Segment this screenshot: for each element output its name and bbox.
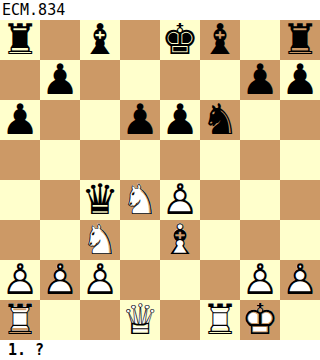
square-c3[interactable]: ♞︎♘︎ <box>80 220 120 260</box>
square-f3[interactable] <box>200 220 240 260</box>
piece-outline: ♙︎ <box>40 260 80 300</box>
square-c2[interactable]: ♟︎♙︎ <box>80 260 120 300</box>
square-f1[interactable]: ♜︎♖︎ <box>200 300 240 340</box>
white-pawn-a2[interactable]: ♟︎♙︎ <box>0 260 40 300</box>
black-king-e8[interactable]: ♚︎ <box>160 20 200 60</box>
square-c7[interactable] <box>80 60 120 100</box>
square-g1[interactable]: ♚︎♔︎ <box>240 300 280 340</box>
black-pawn-g7[interactable]: ♟︎ <box>240 60 280 100</box>
square-h5[interactable] <box>280 140 320 180</box>
square-e8[interactable]: ♚︎ <box>160 20 200 60</box>
square-d2[interactable] <box>120 260 160 300</box>
square-b5[interactable] <box>40 140 80 180</box>
square-d1[interactable]: ♛︎♕︎ <box>120 300 160 340</box>
black-queen-c4[interactable]: ♛︎ <box>80 180 120 220</box>
piece-outline: ♖︎ <box>200 300 240 340</box>
square-h4[interactable] <box>280 180 320 220</box>
square-e4[interactable]: ♟︎♙︎ <box>160 180 200 220</box>
black-bishop-c8[interactable]: ♝︎ <box>80 20 120 60</box>
white-king-g1[interactable]: ♚︎♔︎ <box>240 300 280 340</box>
square-e2[interactable] <box>160 260 200 300</box>
square-d3[interactable] <box>120 220 160 260</box>
square-e1[interactable] <box>160 300 200 340</box>
piece-outline: ♗︎ <box>160 220 200 260</box>
square-h1[interactable] <box>280 300 320 340</box>
square-g7[interactable]: ♟︎ <box>240 60 280 100</box>
square-c8[interactable]: ♝︎ <box>80 20 120 60</box>
white-rook-a1[interactable]: ♜︎♖︎ <box>0 300 40 340</box>
piece-outline: ♕︎ <box>120 300 160 340</box>
white-pawn-c2[interactable]: ♟︎♙︎ <box>80 260 120 300</box>
black-pawn-b7[interactable]: ♟︎ <box>40 60 80 100</box>
white-knight-d4[interactable]: ♞︎♘︎ <box>120 180 160 220</box>
square-b1[interactable] <box>40 300 80 340</box>
black-pawn-a6[interactable]: ♟︎ <box>0 100 40 140</box>
square-c1[interactable] <box>80 300 120 340</box>
white-pawn-b2[interactable]: ♟︎♙︎ <box>40 260 80 300</box>
square-c5[interactable] <box>80 140 120 180</box>
black-knight-f6[interactable]: ♞︎ <box>200 100 240 140</box>
black-rook-a8[interactable]: ♜︎ <box>0 20 40 60</box>
chess-app: ECM.834 ♜︎♝︎♚︎♝︎♜︎♟︎♟︎♟︎♟︎♟︎♟︎♞︎♛︎♞︎♘︎♟︎… <box>0 0 320 360</box>
piece-outline: ♔︎ <box>240 300 280 340</box>
chess-board[interactable]: ♜︎♝︎♚︎♝︎♜︎♟︎♟︎♟︎♟︎♟︎♟︎♞︎♛︎♞︎♘︎♟︎♙︎♞︎♘︎♝︎… <box>0 20 320 340</box>
square-g3[interactable] <box>240 220 280 260</box>
black-rook-h8[interactable]: ♜︎ <box>280 20 320 60</box>
square-h7[interactable]: ♟︎ <box>280 60 320 100</box>
square-d4[interactable]: ♞︎♘︎ <box>120 180 160 220</box>
piece-outline: ♙︎ <box>80 260 120 300</box>
square-g8[interactable] <box>240 20 280 60</box>
piece-outline: ♙︎ <box>160 180 200 220</box>
white-pawn-h2[interactable]: ♟︎♙︎ <box>280 260 320 300</box>
piece-outline: ♙︎ <box>240 260 280 300</box>
square-d6[interactable]: ♟︎ <box>120 100 160 140</box>
square-g4[interactable] <box>240 180 280 220</box>
square-g5[interactable] <box>240 140 280 180</box>
square-d7[interactable] <box>120 60 160 100</box>
square-c4[interactable]: ♛︎ <box>80 180 120 220</box>
square-a5[interactable] <box>0 140 40 180</box>
square-a2[interactable]: ♟︎♙︎ <box>0 260 40 300</box>
square-f5[interactable] <box>200 140 240 180</box>
square-d8[interactable] <box>120 20 160 60</box>
white-rook-f1[interactable]: ♜︎♖︎ <box>200 300 240 340</box>
square-h6[interactable] <box>280 100 320 140</box>
square-a3[interactable] <box>0 220 40 260</box>
square-b2[interactable]: ♟︎♙︎ <box>40 260 80 300</box>
piece-outline: ♖︎ <box>0 300 40 340</box>
square-f7[interactable] <box>200 60 240 100</box>
white-pawn-e4[interactable]: ♟︎♙︎ <box>160 180 200 220</box>
square-g6[interactable] <box>240 100 280 140</box>
square-c6[interactable] <box>80 100 120 140</box>
square-b8[interactable] <box>40 20 80 60</box>
square-e6[interactable]: ♟︎ <box>160 100 200 140</box>
square-e7[interactable] <box>160 60 200 100</box>
black-pawn-d6[interactable]: ♟︎ <box>120 100 160 140</box>
square-a8[interactable]: ♜︎ <box>0 20 40 60</box>
black-pawn-h7[interactable]: ♟︎ <box>280 60 320 100</box>
white-knight-c3[interactable]: ♞︎♘︎ <box>80 220 120 260</box>
white-queen-d1[interactable]: ♛︎♕︎ <box>120 300 160 340</box>
white-bishop-e3[interactable]: ♝︎♗︎ <box>160 220 200 260</box>
square-b7[interactable]: ♟︎ <box>40 60 80 100</box>
piece-outline: ♙︎ <box>0 260 40 300</box>
square-a4[interactable] <box>0 180 40 220</box>
square-f4[interactable] <box>200 180 240 220</box>
square-g2[interactable]: ♟︎♙︎ <box>240 260 280 300</box>
square-f8[interactable]: ♝︎ <box>200 20 240 60</box>
square-h8[interactable]: ♜︎ <box>280 20 320 60</box>
square-b3[interactable] <box>40 220 80 260</box>
square-a1[interactable]: ♜︎♖︎ <box>0 300 40 340</box>
piece-outline: ♘︎ <box>120 180 160 220</box>
square-e5[interactable] <box>160 140 200 180</box>
piece-outline: ♙︎ <box>280 260 320 300</box>
black-bishop-f8[interactable]: ♝︎ <box>200 20 240 60</box>
piece-outline: ♘︎ <box>80 220 120 260</box>
square-e3[interactable]: ♝︎♗︎ <box>160 220 200 260</box>
square-h3[interactable] <box>280 220 320 260</box>
square-d5[interactable] <box>120 140 160 180</box>
square-h2[interactable]: ♟︎♙︎ <box>280 260 320 300</box>
title-bar: ECM.834 <box>0 0 320 20</box>
square-b6[interactable] <box>40 100 80 140</box>
square-b4[interactable] <box>40 180 80 220</box>
white-pawn-g2[interactable]: ♟︎♙︎ <box>240 260 280 300</box>
square-f2[interactable] <box>200 260 240 300</box>
square-a7[interactable] <box>0 60 40 100</box>
square-f6[interactable]: ♞︎ <box>200 100 240 140</box>
square-a6[interactable]: ♟︎ <box>0 100 40 140</box>
black-pawn-e6[interactable]: ♟︎ <box>160 100 200 140</box>
